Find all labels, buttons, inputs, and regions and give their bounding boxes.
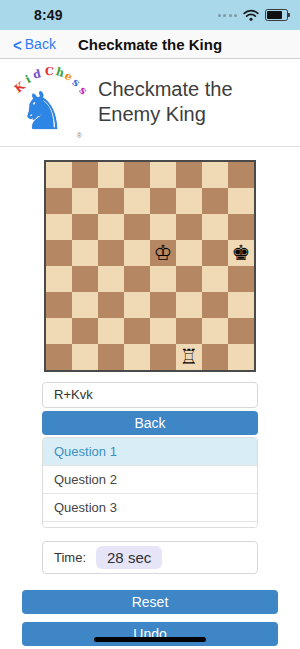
square-c8[interactable] <box>98 162 124 188</box>
square-f3[interactable] <box>176 292 202 318</box>
square-h6[interactable] <box>228 214 254 240</box>
square-h2[interactable] <box>228 318 254 344</box>
nav-back-button[interactable]: < Back <box>13 36 56 53</box>
square-b4[interactable] <box>72 266 98 292</box>
timer-card: Time: 28 sec <box>42 541 258 574</box>
square-a8[interactable] <box>46 162 72 188</box>
square-a1[interactable] <box>46 344 72 370</box>
square-f5[interactable] <box>176 240 202 266</box>
timer-label: Time: <box>54 550 86 565</box>
square-e7[interactable] <box>150 188 176 214</box>
square-d7[interactable] <box>124 188 150 214</box>
page-title-line2: Enemy King <box>98 103 206 125</box>
square-c2[interactable] <box>98 318 124 344</box>
square-e3[interactable] <box>150 292 176 318</box>
square-g3[interactable] <box>202 292 228 318</box>
square-c3[interactable] <box>98 292 124 318</box>
square-e6[interactable] <box>150 214 176 240</box>
reset-button[interactable]: Reset <box>22 590 278 614</box>
square-a6[interactable] <box>46 214 72 240</box>
page-title-line1: Checkmate the <box>98 78 233 100</box>
square-d4[interactable] <box>124 266 150 292</box>
exercise-back-button[interactable]: Back <box>42 411 258 435</box>
square-b5[interactable] <box>72 240 98 266</box>
square-d1[interactable] <box>124 344 150 370</box>
kid-chess-logo: KidChess ♞ ® <box>12 65 88 141</box>
clock-time: 8:49 <box>34 7 63 23</box>
logo-letter: s <box>76 84 90 97</box>
page-title: Checkmate the Enemy King <box>98 77 233 127</box>
square-f8[interactable] <box>176 162 202 188</box>
square-e8[interactable] <box>150 162 176 188</box>
back-chevron-icon: < <box>13 34 22 54</box>
square-b7[interactable] <box>72 188 98 214</box>
square-f7[interactable] <box>176 188 202 214</box>
square-c7[interactable] <box>98 188 124 214</box>
exercise-name-field: R+Kvk <box>42 382 258 408</box>
square-a3[interactable] <box>46 292 72 318</box>
square-e2[interactable] <box>150 318 176 344</box>
logo-letter: C <box>45 65 55 79</box>
square-g4[interactable] <box>202 266 228 292</box>
wifi-icon <box>243 9 259 21</box>
square-c5[interactable] <box>98 240 124 266</box>
square-b2[interactable] <box>72 318 98 344</box>
square-d2[interactable] <box>124 318 150 344</box>
square-f6[interactable] <box>176 214 202 240</box>
question-item[interactable]: Question 2 <box>43 465 257 493</box>
nav-back-label: Back <box>25 36 56 52</box>
question-list-clipped-row <box>43 521 257 528</box>
navigation-bar: < Back Checkmate the King <box>0 30 300 59</box>
home-indicator[interactable] <box>94 637 206 642</box>
status-bar: 8:49 <box>0 0 300 30</box>
square-e5[interactable]: ♔ <box>150 240 176 266</box>
square-a7[interactable] <box>46 188 72 214</box>
square-a5[interactable] <box>46 240 72 266</box>
battery-icon <box>265 9 288 21</box>
square-b3[interactable] <box>72 292 98 318</box>
square-g6[interactable] <box>202 214 228 240</box>
black-king: ♚ <box>232 240 251 266</box>
square-g8[interactable] <box>202 162 228 188</box>
square-a4[interactable] <box>46 266 72 292</box>
square-d8[interactable] <box>124 162 150 188</box>
cellular-signal-icon <box>218 14 238 17</box>
chess-board: ♔♚♖ <box>44 160 256 372</box>
exercise-panel: R+Kvk Back Question 1Question 2Question … <box>42 382 258 574</box>
square-d3[interactable] <box>124 292 150 318</box>
square-f2[interactable] <box>176 318 202 344</box>
page-header: KidChess ♞ ® Checkmate the Enemy King <box>0 59 300 147</box>
square-h8[interactable] <box>228 162 254 188</box>
white-king: ♔ <box>154 240 173 266</box>
square-c4[interactable] <box>98 266 124 292</box>
registered-trademark: ® <box>77 132 82 139</box>
square-h1[interactable] <box>228 344 254 370</box>
square-e4[interactable] <box>150 266 176 292</box>
square-d5[interactable] <box>124 240 150 266</box>
square-d6[interactable] <box>124 214 150 240</box>
square-b1[interactable] <box>72 344 98 370</box>
square-c6[interactable] <box>98 214 124 240</box>
logo-letter: d <box>32 67 42 81</box>
square-g2[interactable] <box>202 318 228 344</box>
square-c1[interactable] <box>98 344 124 370</box>
square-f1[interactable]: ♖ <box>176 344 202 370</box>
square-g5[interactable] <box>202 240 228 266</box>
square-g7[interactable] <box>202 188 228 214</box>
square-h4[interactable] <box>228 266 254 292</box>
square-e1[interactable] <box>150 344 176 370</box>
square-h3[interactable] <box>228 292 254 318</box>
board-section: ♔♚♖ <box>0 147 300 372</box>
question-list: Question 1Question 2Question 3 <box>42 437 258 528</box>
white-rook: ♖ <box>180 344 199 370</box>
square-h5[interactable]: ♚ <box>228 240 254 266</box>
square-h7[interactable] <box>228 188 254 214</box>
knight-logo-icon: ♞ <box>19 83 66 139</box>
square-b6[interactable] <box>72 214 98 240</box>
question-item[interactable]: Question 3 <box>43 493 257 521</box>
status-icons <box>218 9 289 21</box>
square-g1[interactable] <box>202 344 228 370</box>
timer-value-field[interactable]: 28 sec <box>96 546 162 569</box>
square-b8[interactable] <box>72 162 98 188</box>
undo-button[interactable]: Undo <box>22 622 278 646</box>
question-item[interactable]: Question 1 <box>43 438 257 465</box>
square-a2[interactable] <box>46 318 72 344</box>
square-f4[interactable] <box>176 266 202 292</box>
